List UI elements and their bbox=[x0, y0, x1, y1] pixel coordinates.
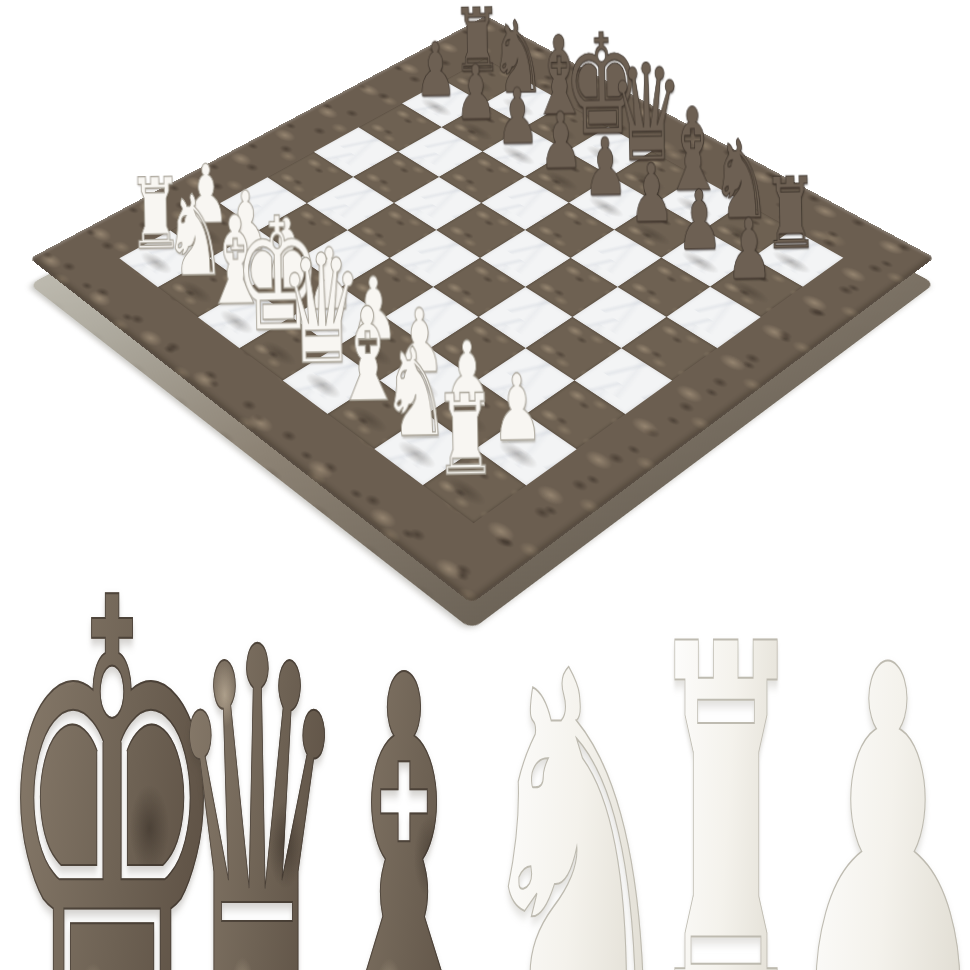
grey-pawn-glyph: ♟ bbox=[538, 102, 583, 181]
grey-queen-closeup-glyph: ♛ bbox=[167, 585, 346, 970]
grey-bishop-closeup-glyph: ♝ bbox=[311, 618, 497, 970]
grey-pawn-glyph: ♟ bbox=[583, 127, 629, 207]
lineup-white-knight: ♞ bbox=[372, 614, 780, 970]
lineup-white-pawn: ♟ bbox=[673, 605, 970, 970]
lineup-white-rook: ♜ bbox=[500, 581, 953, 970]
white-knight-closeup-glyph: ♞ bbox=[470, 614, 682, 970]
product-photo: ♜♞♝♛♚♝♞♜♟♟♟♟♟♟♟♟♟♟♟♟♟♟♟♟♜♞♝♛♚♝♞♜ ♚♛♝♞♜♟ bbox=[0, 0, 970, 970]
lineup-grey-bishop: ♝ bbox=[198, 618, 610, 970]
white-pawn-closeup-glyph: ♟ bbox=[780, 605, 970, 970]
board-scene: ♜♞♝♛♚♝♞♜♟♟♟♟♟♟♟♟♟♟♟♟♟♟♟♟♜♞♝♛♚♝♞♜ bbox=[154, 0, 805, 584]
lineup-grey-queen: ♛ bbox=[33, 585, 481, 970]
grey-pawn-glyph: ♟ bbox=[414, 32, 457, 107]
grey-pawn-glyph: ♟ bbox=[454, 55, 497, 131]
grey-pawn-glyph: ♟ bbox=[725, 207, 773, 292]
chess-board: ♜♞♝♛♚♝♞♜♟♟♟♟♟♟♟♟♟♟♟♟♟♟♟♟♜♞♝♛♚♝♞♜ bbox=[30, 16, 935, 604]
grey-pawn-glyph: ♟ bbox=[676, 179, 723, 262]
white-pawn-glyph: ♟ bbox=[491, 362, 544, 455]
grey-pawn-glyph: ♟ bbox=[496, 78, 540, 156]
grey-pawn-glyph: ♟ bbox=[628, 153, 674, 235]
white-rook-glyph: ♜ bbox=[433, 379, 497, 492]
white-rook-closeup-glyph: ♜ bbox=[645, 581, 808, 970]
